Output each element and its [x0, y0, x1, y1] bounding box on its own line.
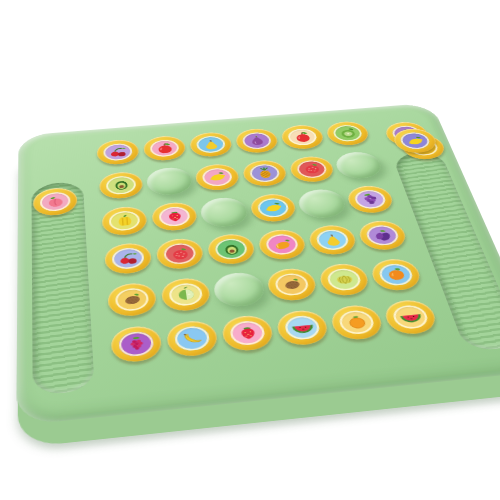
peach-icon: [43, 193, 67, 209]
pear-icon: [319, 231, 347, 248]
pear-token[interactable]: [306, 224, 359, 257]
token-face: [111, 247, 145, 270]
grid-cell-r6c1: [106, 318, 167, 369]
avocado-icon: [218, 240, 245, 258]
grid-cell-r4c3: [202, 228, 261, 271]
kiwi-token[interactable]: [265, 267, 319, 303]
orange-token[interactable]: [368, 257, 424, 292]
board-3d-wrapper: [16, 103, 500, 426]
token-face: [398, 131, 432, 150]
tangerine-token[interactable]: [328, 303, 385, 341]
grid-cell-r2c2: [143, 162, 196, 200]
strawberry-token[interactable]: [220, 314, 275, 353]
token-face: [149, 139, 180, 158]
mango-icon: [268, 236, 296, 254]
right-tray-token-stack: [378, 118, 457, 171]
token-face: [118, 330, 154, 357]
kiwi-icon: [277, 275, 306, 294]
apple-token[interactable]: [279, 124, 326, 151]
dome-bump: [333, 151, 385, 180]
left-tray-tokens: [33, 187, 78, 217]
game-board: [16, 103, 500, 426]
melon-icon: [329, 270, 358, 289]
banana-token[interactable]: [165, 319, 219, 358]
kiwi-token[interactable]: [107, 281, 158, 318]
tangerine-icon: [341, 312, 372, 332]
grid-cell-r5c2: [156, 271, 216, 318]
avocado-token[interactable]: [99, 171, 144, 200]
fig-token[interactable]: [234, 128, 280, 155]
token-face: [377, 263, 416, 287]
apple-token[interactable]: [143, 135, 188, 162]
watermelon-token[interactable]: [381, 298, 440, 336]
melon-token[interactable]: [317, 262, 372, 297]
cherries-token[interactable]: [104, 242, 153, 276]
grid-cell-r4c6: [352, 215, 415, 257]
grid-cell-r1c3: [185, 127, 237, 162]
token-face: [256, 197, 290, 218]
grid-cell-r1c1: [93, 135, 143, 171]
cherries-token[interactable]: [96, 139, 140, 166]
token-face: [364, 224, 401, 246]
grid-cell-r4c2: [152, 232, 209, 276]
peach-token[interactable]: [33, 187, 78, 217]
pineapple-token[interactable]: [241, 159, 289, 188]
token-face: [214, 238, 249, 261]
grid-cell-r1c2: [139, 131, 190, 166]
grid-cell-r5c6: [364, 252, 429, 297]
token-face: [286, 128, 318, 146]
apple-icon: [153, 141, 177, 156]
plum-icon: [368, 227, 397, 244]
banana-icon: [178, 328, 207, 349]
grapes-token[interactable]: [345, 184, 397, 214]
fig-icon: [245, 134, 270, 148]
orange-icon: [381, 265, 411, 284]
pineapple-icon: [252, 165, 278, 180]
pepper-token[interactable]: [101, 205, 148, 237]
dome-bump: [212, 271, 267, 308]
plum-token[interactable]: [356, 219, 410, 251]
strawberry-icon: [162, 208, 188, 225]
dome-bump: [145, 166, 193, 196]
grid-cell-r6c3: [216, 308, 280, 358]
dome-bump: [296, 188, 349, 220]
token-face: [40, 191, 71, 212]
grid-cell-r2c6: [330, 147, 388, 184]
raspberry-icon: [122, 333, 150, 354]
dome-bump: [199, 196, 250, 228]
avocado-token[interactable]: [206, 233, 257, 266]
token-face: [273, 272, 310, 296]
strawberry-token[interactable]: [151, 201, 199, 232]
guava-token[interactable]: [160, 277, 212, 313]
token-face: [195, 135, 226, 154]
grid-cell-r1c4: [230, 124, 283, 159]
token-face: [163, 242, 197, 265]
kiwi-icon: [119, 290, 146, 309]
token-face: [241, 132, 273, 150]
lemon-icon: [402, 133, 428, 147]
lemon-icon: [260, 199, 287, 215]
grid-cell-r5c1: [103, 276, 161, 324]
grid-cell-r5c3: [209, 266, 270, 313]
grid-cell-r6c2: [161, 313, 223, 364]
token-face: [108, 210, 140, 232]
token-face: [174, 325, 211, 352]
grid-cell-r3c2: [147, 196, 202, 237]
pear-icon: [199, 137, 223, 151]
lychee-token[interactable]: [288, 155, 337, 183]
token-face: [229, 319, 267, 346]
watermelon-token[interactable]: [274, 308, 330, 346]
grid-cell-r4c1: [101, 237, 157, 281]
grid-cell-r2c3: [190, 159, 244, 197]
avocado-icon: [109, 177, 133, 193]
token-face: [264, 233, 300, 256]
token-face: [325, 267, 363, 291]
token-face: [168, 282, 204, 307]
product-photo-scene: [0, 0, 500, 500]
strawberry-icon: [233, 322, 262, 343]
token-face: [103, 143, 133, 162]
lime-token[interactable]: [324, 120, 372, 146]
token-face: [248, 163, 281, 183]
grid-cell-r3c6: [340, 180, 400, 219]
token-face: [390, 304, 430, 330]
lychee-icon: [299, 161, 325, 176]
lime-icon: [335, 126, 360, 140]
token-face: [295, 159, 329, 179]
token-face: [158, 205, 191, 227]
lychee-icon: [167, 245, 194, 263]
token-face: [331, 124, 364, 142]
lemon-token[interactable]: [248, 192, 298, 223]
lemon-icon: [205, 169, 230, 184]
cherries-icon: [106, 145, 129, 160]
lychee-token[interactable]: [155, 237, 205, 271]
grid-cell-r3c3: [196, 192, 252, 232]
token-face: [314, 229, 350, 252]
pear-token[interactable]: [188, 131, 233, 158]
raspberry-token[interactable]: [110, 324, 163, 363]
apple-icon: [290, 130, 315, 144]
pepper-icon: [112, 212, 137, 229]
token-face: [283, 314, 322, 340]
grid-cell-r3c1: [98, 200, 152, 241]
token-face: [201, 167, 233, 187]
grapes-icon: [356, 191, 383, 207]
token-face: [106, 175, 137, 195]
watermelon-icon: [287, 317, 317, 337]
token-face: [115, 287, 150, 312]
token-face: [337, 309, 377, 335]
lemon-token[interactable]: [194, 163, 241, 192]
grid-cell-r2c1: [96, 166, 148, 204]
grid-cell-r1c6: [320, 116, 376, 150]
guava-icon: [172, 285, 200, 304]
watermelon-icon: [395, 307, 426, 327]
cherries-icon: [115, 250, 141, 268]
token-face: [352, 189, 387, 210]
mango-token[interactable]: [256, 228, 308, 261]
